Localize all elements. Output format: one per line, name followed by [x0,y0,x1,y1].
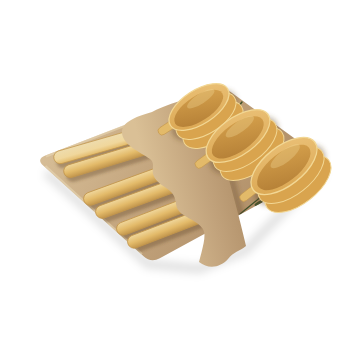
scene-svg [0,0,360,360]
product-photo [0,0,360,360]
